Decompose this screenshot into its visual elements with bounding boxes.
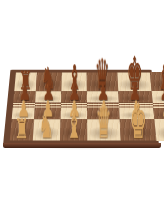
square-d1: ♛ bbox=[88, 119, 121, 140]
square-a1: ♜ bbox=[10, 119, 35, 140]
piece-white-bishop: ♝ bbox=[66, 108, 81, 144]
piece-white-queen: ♛ bbox=[96, 101, 112, 145]
square-e1: ♚ bbox=[120, 119, 157, 140]
chess-board: ♜♞♝♛♚♝♞♜♟♟♟♟♟♟♟♟♟♟♟♟♟♟♟♟♜♞♝♛♚♝♞♜ bbox=[3, 70, 159, 144]
piece-white-knight: ♞ bbox=[39, 111, 55, 143]
board-grid: ♜♞♝♛♚♝♞♜♟♟♟♟♟♟♟♟♟♟♟♟♟♟♟♟♜♞♝♛♚♝♞♜ bbox=[10, 72, 152, 140]
board-frame: ♜♞♝♛♚♝♞♜♟♟♟♟♟♟♟♟♟♟♟♟♟♟♟♟♜♞♝♛♚♝♞♜ bbox=[3, 70, 159, 144]
piece-white-bishop: ♝ bbox=[162, 108, 164, 144]
square-f1: ♝ bbox=[154, 119, 164, 140]
square-b1: ♞ bbox=[33, 119, 60, 140]
chess-set-product-image[interactable]: ♜♞♝♛♚♝♞♜♟♟♟♟♟♟♟♟♟♟♟♟♟♟♟♟♜♞♝♛♚♝♞♜ bbox=[0, 0, 164, 200]
board-front-edge bbox=[3, 143, 161, 148]
piece-white-king: ♚ bbox=[130, 97, 147, 145]
piece-white-rook: ♜ bbox=[15, 115, 29, 142]
square-c1: ♝ bbox=[60, 119, 88, 140]
